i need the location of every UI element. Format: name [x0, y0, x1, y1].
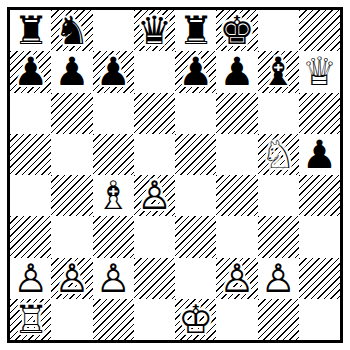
- square-f7[interactable]: ♟: [216, 51, 257, 92]
- square-h4[interactable]: [299, 175, 340, 216]
- chess-board-frame: ♜♞♛♜♚♟♟♟♟♟♝♕♘♟♗♙♙♙♙♙♙♖♔: [7, 7, 343, 343]
- chess-board: ♜♞♛♜♚♟♟♟♟♟♝♕♘♟♗♙♙♙♙♙♙♖♔: [10, 10, 340, 340]
- square-b7[interactable]: ♟: [51, 51, 92, 92]
- square-e1[interactable]: ♔: [175, 299, 216, 340]
- square-a7[interactable]: ♟: [10, 51, 51, 92]
- square-d4[interactable]: ♙: [134, 175, 175, 216]
- square-g2[interactable]: ♙: [258, 258, 299, 299]
- square-f2[interactable]: ♙: [216, 258, 257, 299]
- square-d1[interactable]: [134, 299, 175, 340]
- square-a6[interactable]: [10, 93, 51, 134]
- square-e5[interactable]: [175, 134, 216, 175]
- square-c2[interactable]: ♙: [93, 258, 134, 299]
- square-a8[interactable]: ♜: [10, 10, 51, 51]
- black-pawn-f7[interactable]: ♟: [219, 51, 254, 92]
- square-d8[interactable]: ♛: [134, 10, 175, 51]
- square-e2[interactable]: [175, 258, 216, 299]
- square-a4[interactable]: [10, 175, 51, 216]
- square-h3[interactable]: [299, 216, 340, 257]
- black-knight-b8[interactable]: ♞: [54, 10, 89, 51]
- square-f4[interactable]: [216, 175, 257, 216]
- square-e7[interactable]: ♟: [175, 51, 216, 92]
- square-h2[interactable]: [299, 258, 340, 299]
- white-king-e1[interactable]: ♔: [178, 299, 213, 340]
- square-d7[interactable]: [134, 51, 175, 92]
- square-g7[interactable]: ♝: [258, 51, 299, 92]
- square-f8[interactable]: ♚: [216, 10, 257, 51]
- square-b3[interactable]: [51, 216, 92, 257]
- square-e8[interactable]: ♜: [175, 10, 216, 51]
- square-a3[interactable]: [10, 216, 51, 257]
- square-b4[interactable]: [51, 175, 92, 216]
- square-c4[interactable]: ♗: [93, 175, 134, 216]
- square-c8[interactable]: [93, 10, 134, 51]
- square-h7[interactable]: ♕: [299, 51, 340, 92]
- square-a5[interactable]: [10, 134, 51, 175]
- white-queen-h7[interactable]: ♕: [302, 51, 337, 92]
- square-d2[interactable]: [134, 258, 175, 299]
- square-g1[interactable]: [258, 299, 299, 340]
- white-pawn-b2[interactable]: ♙: [54, 258, 89, 299]
- white-bishop-c4[interactable]: ♗: [96, 175, 131, 216]
- square-e3[interactable]: [175, 216, 216, 257]
- square-f6[interactable]: [216, 93, 257, 134]
- square-d5[interactable]: [134, 134, 175, 175]
- square-g6[interactable]: [258, 93, 299, 134]
- square-d3[interactable]: [134, 216, 175, 257]
- square-c3[interactable]: [93, 216, 134, 257]
- black-pawn-e7[interactable]: ♟: [178, 51, 213, 92]
- white-pawn-a2[interactable]: ♙: [13, 258, 48, 299]
- square-b8[interactable]: ♞: [51, 10, 92, 51]
- black-pawn-h5[interactable]: ♟: [302, 134, 337, 175]
- square-c5[interactable]: [93, 134, 134, 175]
- square-d6[interactable]: [134, 93, 175, 134]
- black-pawn-c7[interactable]: ♟: [96, 51, 131, 92]
- square-a1[interactable]: ♖: [10, 299, 51, 340]
- black-pawn-b7[interactable]: ♟: [54, 51, 89, 92]
- square-g3[interactable]: [258, 216, 299, 257]
- square-e4[interactable]: [175, 175, 216, 216]
- white-knight-g5[interactable]: ♘: [261, 134, 296, 175]
- black-rook-a8[interactable]: ♜: [13, 10, 48, 51]
- square-c7[interactable]: ♟: [93, 51, 134, 92]
- square-f5[interactable]: [216, 134, 257, 175]
- black-rook-e8[interactable]: ♜: [178, 10, 213, 51]
- black-king-f8[interactable]: ♚: [219, 10, 254, 51]
- square-h8[interactable]: [299, 10, 340, 51]
- square-b5[interactable]: [51, 134, 92, 175]
- square-b1[interactable]: [51, 299, 92, 340]
- square-h6[interactable]: [299, 93, 340, 134]
- white-pawn-d4[interactable]: ♙: [137, 175, 172, 216]
- square-g5[interactable]: ♘: [258, 134, 299, 175]
- white-rook-a1[interactable]: ♖: [13, 299, 48, 340]
- square-c1[interactable]: [93, 299, 134, 340]
- square-c6[interactable]: [93, 93, 134, 134]
- square-g4[interactable]: [258, 175, 299, 216]
- square-h5[interactable]: ♟: [299, 134, 340, 175]
- square-a2[interactable]: ♙: [10, 258, 51, 299]
- square-g8[interactable]: [258, 10, 299, 51]
- square-e6[interactable]: [175, 93, 216, 134]
- square-b2[interactable]: ♙: [51, 258, 92, 299]
- black-queen-d8[interactable]: ♛: [137, 10, 172, 51]
- square-f3[interactable]: [216, 216, 257, 257]
- black-pawn-a7[interactable]: ♟: [13, 51, 48, 92]
- square-f1[interactable]: [216, 299, 257, 340]
- white-pawn-g2[interactable]: ♙: [261, 258, 296, 299]
- square-b6[interactable]: [51, 93, 92, 134]
- white-pawn-c2[interactable]: ♙: [96, 258, 131, 299]
- white-pawn-f2[interactable]: ♙: [219, 258, 254, 299]
- square-h1[interactable]: [299, 299, 340, 340]
- black-bishop-g7[interactable]: ♝: [261, 51, 296, 92]
